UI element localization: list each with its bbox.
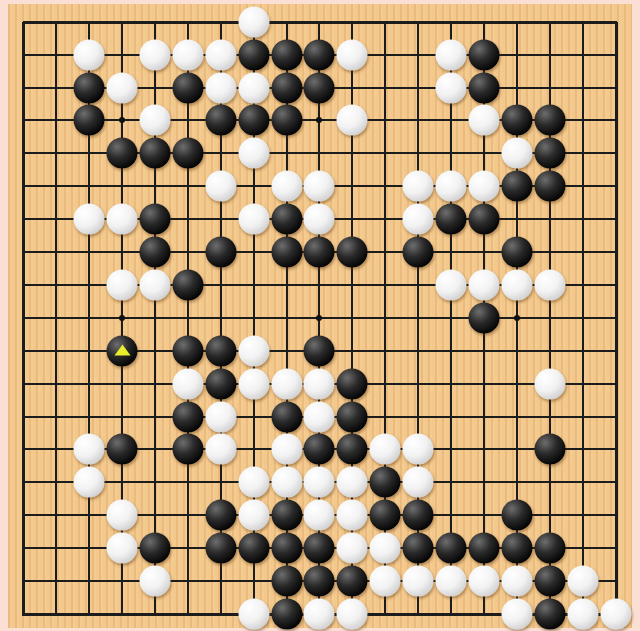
go-app-window bbox=[0, 0, 640, 631]
white-stone[interactable] bbox=[468, 269, 499, 300]
black-stone[interactable] bbox=[172, 138, 203, 169]
white-stone[interactable] bbox=[304, 171, 335, 202]
black-stone[interactable] bbox=[107, 138, 138, 169]
black-stone[interactable] bbox=[304, 237, 335, 268]
black-stone[interactable] bbox=[501, 500, 532, 531]
white-stone[interactable] bbox=[271, 434, 302, 465]
white-stone[interactable] bbox=[74, 434, 105, 465]
star-point bbox=[119, 315, 125, 321]
black-stone[interactable] bbox=[534, 434, 565, 465]
white-stone[interactable] bbox=[238, 204, 269, 235]
white-stone[interactable] bbox=[567, 566, 598, 597]
black-stone[interactable] bbox=[468, 533, 499, 564]
black-stone[interactable] bbox=[501, 105, 532, 136]
black-stone[interactable] bbox=[468, 39, 499, 70]
black-stone[interactable] bbox=[436, 204, 467, 235]
white-stone[interactable] bbox=[107, 269, 138, 300]
black-stone[interactable] bbox=[271, 500, 302, 531]
black-stone[interactable] bbox=[172, 72, 203, 103]
black-stone[interactable] bbox=[403, 500, 434, 531]
black-stone[interactable] bbox=[468, 204, 499, 235]
white-stone[interactable] bbox=[304, 598, 335, 629]
black-stone[interactable] bbox=[271, 533, 302, 564]
white-stone[interactable] bbox=[304, 467, 335, 498]
white-stone[interactable] bbox=[501, 598, 532, 629]
black-stone[interactable] bbox=[107, 335, 138, 366]
white-stone[interactable] bbox=[403, 566, 434, 597]
white-stone[interactable] bbox=[468, 566, 499, 597]
black-stone[interactable] bbox=[337, 237, 368, 268]
white-stone[interactable] bbox=[370, 533, 401, 564]
white-stone[interactable] bbox=[304, 368, 335, 399]
black-stone[interactable] bbox=[205, 500, 236, 531]
white-stone[interactable] bbox=[238, 138, 269, 169]
black-stone[interactable] bbox=[205, 533, 236, 564]
black-stone[interactable] bbox=[337, 434, 368, 465]
black-stone[interactable] bbox=[271, 237, 302, 268]
white-stone[interactable] bbox=[139, 269, 170, 300]
black-stone[interactable] bbox=[304, 335, 335, 366]
white-stone[interactable] bbox=[205, 72, 236, 103]
black-stone[interactable] bbox=[534, 598, 565, 629]
white-stone[interactable] bbox=[304, 204, 335, 235]
black-stone[interactable] bbox=[271, 204, 302, 235]
white-stone[interactable] bbox=[238, 72, 269, 103]
white-stone[interactable] bbox=[238, 500, 269, 531]
black-stone[interactable] bbox=[468, 72, 499, 103]
white-stone[interactable] bbox=[205, 434, 236, 465]
black-stone[interactable] bbox=[304, 39, 335, 70]
black-stone[interactable] bbox=[172, 335, 203, 366]
white-stone[interactable] bbox=[304, 500, 335, 531]
white-stone[interactable] bbox=[337, 598, 368, 629]
white-stone[interactable] bbox=[337, 500, 368, 531]
grid-line-vertical bbox=[582, 22, 584, 616]
black-stone[interactable] bbox=[271, 39, 302, 70]
black-stone[interactable] bbox=[205, 105, 236, 136]
white-stone[interactable] bbox=[337, 467, 368, 498]
white-stone[interactable] bbox=[403, 204, 434, 235]
white-stone[interactable] bbox=[271, 467, 302, 498]
black-stone[interactable] bbox=[468, 302, 499, 333]
black-stone[interactable] bbox=[271, 566, 302, 597]
white-stone[interactable] bbox=[436, 72, 467, 103]
white-stone[interactable] bbox=[534, 368, 565, 399]
black-stone[interactable] bbox=[74, 105, 105, 136]
black-stone[interactable] bbox=[337, 566, 368, 597]
white-stone[interactable] bbox=[271, 368, 302, 399]
black-stone[interactable] bbox=[501, 171, 532, 202]
black-stone[interactable] bbox=[370, 500, 401, 531]
white-stone[interactable] bbox=[139, 566, 170, 597]
white-stone[interactable] bbox=[238, 368, 269, 399]
white-stone[interactable] bbox=[337, 533, 368, 564]
star-point bbox=[316, 117, 322, 123]
black-stone[interactable] bbox=[205, 368, 236, 399]
black-stone[interactable] bbox=[271, 401, 302, 432]
white-stone[interactable] bbox=[205, 39, 236, 70]
white-stone[interactable] bbox=[534, 269, 565, 300]
black-stone[interactable] bbox=[139, 237, 170, 268]
black-stone[interactable] bbox=[304, 533, 335, 564]
black-stone[interactable] bbox=[337, 368, 368, 399]
white-stone[interactable] bbox=[172, 368, 203, 399]
white-stone[interactable] bbox=[403, 434, 434, 465]
white-stone[interactable] bbox=[139, 39, 170, 70]
black-stone[interactable] bbox=[436, 533, 467, 564]
white-stone[interactable] bbox=[304, 401, 335, 432]
black-stone[interactable] bbox=[403, 237, 434, 268]
last-move-triangle-marker bbox=[114, 345, 130, 356]
black-stone[interactable] bbox=[139, 204, 170, 235]
black-stone[interactable] bbox=[205, 335, 236, 366]
white-stone[interactable] bbox=[468, 171, 499, 202]
black-stone[interactable] bbox=[501, 533, 532, 564]
white-stone[interactable] bbox=[238, 598, 269, 629]
star-point bbox=[514, 315, 520, 321]
black-stone[interactable] bbox=[238, 39, 269, 70]
go-board[interactable] bbox=[8, 4, 632, 628]
black-stone[interactable] bbox=[534, 138, 565, 169]
grid-line-horizontal bbox=[23, 21, 617, 24]
white-stone[interactable] bbox=[403, 171, 434, 202]
white-stone[interactable] bbox=[238, 6, 269, 37]
white-stone[interactable] bbox=[205, 401, 236, 432]
white-stone[interactable] bbox=[74, 467, 105, 498]
white-stone[interactable] bbox=[271, 171, 302, 202]
white-stone[interactable] bbox=[107, 204, 138, 235]
white-stone[interactable] bbox=[567, 598, 598, 629]
white-stone[interactable] bbox=[238, 467, 269, 498]
star-point bbox=[316, 315, 322, 321]
black-stone[interactable] bbox=[337, 401, 368, 432]
black-stone[interactable] bbox=[172, 434, 203, 465]
white-stone[interactable] bbox=[436, 39, 467, 70]
white-stone[interactable] bbox=[107, 72, 138, 103]
star-point bbox=[119, 117, 125, 123]
black-stone[interactable] bbox=[534, 533, 565, 564]
black-stone[interactable] bbox=[370, 467, 401, 498]
white-stone[interactable] bbox=[172, 39, 203, 70]
black-stone[interactable] bbox=[205, 237, 236, 268]
white-stone[interactable] bbox=[468, 105, 499, 136]
white-stone[interactable] bbox=[600, 598, 631, 629]
white-stone[interactable] bbox=[501, 138, 532, 169]
black-stone[interactable] bbox=[534, 105, 565, 136]
black-stone[interactable] bbox=[74, 72, 105, 103]
black-stone[interactable] bbox=[139, 138, 170, 169]
white-stone[interactable] bbox=[436, 269, 467, 300]
black-stone[interactable] bbox=[271, 72, 302, 103]
black-stone[interactable] bbox=[238, 533, 269, 564]
white-stone[interactable] bbox=[436, 566, 467, 597]
white-stone[interactable] bbox=[107, 533, 138, 564]
white-stone[interactable] bbox=[501, 566, 532, 597]
white-stone[interactable] bbox=[501, 269, 532, 300]
white-stone[interactable] bbox=[74, 204, 105, 235]
white-stone[interactable] bbox=[403, 467, 434, 498]
white-stone[interactable] bbox=[74, 39, 105, 70]
black-stone[interactable] bbox=[403, 533, 434, 564]
white-stone[interactable] bbox=[337, 105, 368, 136]
black-stone[interactable] bbox=[304, 566, 335, 597]
black-stone[interactable] bbox=[534, 566, 565, 597]
black-stone[interactable] bbox=[107, 434, 138, 465]
white-stone[interactable] bbox=[107, 500, 138, 531]
black-stone[interactable] bbox=[501, 237, 532, 268]
grid-line-vertical bbox=[450, 22, 452, 616]
black-stone[interactable] bbox=[304, 72, 335, 103]
black-stone[interactable] bbox=[271, 105, 302, 136]
grid-line-vertical bbox=[615, 22, 618, 616]
black-stone[interactable] bbox=[304, 434, 335, 465]
black-stone[interactable] bbox=[172, 269, 203, 300]
white-stone[interactable] bbox=[205, 171, 236, 202]
white-stone[interactable] bbox=[436, 171, 467, 202]
white-stone[interactable] bbox=[139, 105, 170, 136]
black-stone[interactable] bbox=[271, 598, 302, 629]
black-stone[interactable] bbox=[139, 533, 170, 564]
white-stone[interactable] bbox=[370, 566, 401, 597]
white-stone[interactable] bbox=[370, 434, 401, 465]
white-stone[interactable] bbox=[238, 335, 269, 366]
white-stone[interactable] bbox=[337, 39, 368, 70]
black-stone[interactable] bbox=[172, 401, 203, 432]
black-stone[interactable] bbox=[238, 105, 269, 136]
black-stone[interactable] bbox=[534, 171, 565, 202]
